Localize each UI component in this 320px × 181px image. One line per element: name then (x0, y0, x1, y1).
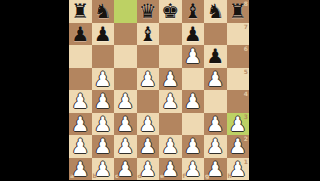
square-e5[interactable]: ♟ (159, 68, 182, 91)
square-c5[interactable] (114, 68, 137, 91)
piece-white-pawn[interactable]: ♟ (71, 135, 89, 158)
piece-white-pawn[interactable]: ♟ (116, 90, 134, 113)
piece-white-pawn[interactable]: ♟ (229, 113, 247, 136)
square-g8[interactable]: ♞ (204, 0, 227, 23)
square-g3[interactable]: ♟ (204, 113, 227, 136)
square-c7[interactable] (114, 23, 137, 46)
piece-white-pawn[interactable]: ♟ (206, 68, 224, 91)
piece-white-pawn[interactable]: ♟ (229, 158, 247, 181)
piece-white-pawn[interactable]: ♟ (161, 68, 179, 91)
piece-black-rook[interactable]: ♜ (71, 0, 89, 23)
square-a5[interactable] (69, 68, 92, 91)
square-a8[interactable]: ♜ (69, 0, 92, 23)
square-g4[interactable] (204, 90, 227, 113)
coordinate-rank-label: 4 (244, 91, 248, 97)
square-e8[interactable]: ♚ (159, 0, 182, 23)
square-f3[interactable] (182, 113, 205, 136)
piece-white-pawn[interactable]: ♟ (184, 158, 202, 181)
square-a6[interactable] (69, 45, 92, 68)
piece-white-pawn[interactable]: ♟ (206, 158, 224, 181)
square-f6[interactable]: ♟ (182, 45, 205, 68)
piece-white-pawn[interactable]: ♟ (94, 113, 112, 136)
coordinate-rank-label: 7 (244, 24, 248, 30)
square-h4[interactable]: 4 (227, 90, 250, 113)
chess-board[interactable]: ♜♞♛♚♝♞♜8♟♟♝♟7♟♟6♟♟♟♟5♟♟♟♟♟4♟♟♟♟♟♟3♟♟♟♟♟♟… (69, 0, 249, 180)
piece-black-knight[interactable]: ♞ (206, 0, 224, 23)
square-b7[interactable]: ♟ (92, 23, 115, 46)
square-c8[interactable] (114, 0, 137, 23)
piece-white-pawn[interactable]: ♟ (71, 90, 89, 113)
piece-white-pawn[interactable]: ♟ (139, 158, 157, 181)
square-h6[interactable]: 6 (227, 45, 250, 68)
square-e6[interactable] (159, 45, 182, 68)
letterbox-left (0, 0, 69, 180)
piece-white-pawn[interactable]: ♟ (94, 158, 112, 181)
piece-white-pawn[interactable]: ♟ (229, 135, 247, 158)
square-a2[interactable]: ♟ (69, 135, 92, 158)
square-d8[interactable]: ♛ (137, 0, 160, 23)
square-f2[interactable]: ♟ (182, 135, 205, 158)
square-e4[interactable]: ♟ (159, 90, 182, 113)
piece-white-pawn[interactable]: ♟ (116, 158, 134, 181)
piece-black-queen[interactable]: ♛ (139, 0, 157, 23)
piece-white-pawn[interactable]: ♟ (116, 113, 134, 136)
square-g1[interactable]: ♟g (204, 158, 227, 181)
square-a7[interactable]: ♟ (69, 23, 92, 46)
piece-white-pawn[interactable]: ♟ (184, 90, 202, 113)
piece-black-bishop[interactable]: ♝ (184, 0, 202, 23)
piece-white-pawn[interactable]: ♟ (161, 158, 179, 181)
square-h3[interactable]: ♟3 (227, 113, 250, 136)
square-a4[interactable]: ♟ (69, 90, 92, 113)
piece-white-pawn[interactable]: ♟ (116, 135, 134, 158)
square-f4[interactable]: ♟ (182, 90, 205, 113)
coordinate-rank-label: 5 (244, 69, 248, 75)
square-b2[interactable]: ♟ (92, 135, 115, 158)
piece-white-pawn[interactable]: ♟ (94, 68, 112, 91)
coordinate-rank-label: 6 (244, 46, 248, 52)
piece-black-pawn[interactable]: ♟ (71, 23, 89, 46)
piece-white-pawn[interactable]: ♟ (206, 113, 224, 136)
piece-white-pawn[interactable]: ♟ (139, 135, 157, 158)
square-f5[interactable] (182, 68, 205, 91)
square-d2[interactable]: ♟ (137, 135, 160, 158)
square-g2[interactable]: ♟ (204, 135, 227, 158)
piece-black-pawn[interactable]: ♟ (94, 23, 112, 46)
square-c3[interactable]: ♟ (114, 113, 137, 136)
square-c6[interactable] (114, 45, 137, 68)
square-h1[interactable]: ♟1h (227, 158, 250, 181)
square-d3[interactable]: ♟ (137, 113, 160, 136)
square-g5[interactable]: ♟ (204, 68, 227, 91)
square-e2[interactable]: ♟ (159, 135, 182, 158)
square-g7[interactable] (204, 23, 227, 46)
square-b4[interactable]: ♟ (92, 90, 115, 113)
square-b3[interactable]: ♟ (92, 113, 115, 136)
square-b8[interactable]: ♞ (92, 0, 115, 23)
piece-black-pawn[interactable]: ♟ (206, 45, 224, 68)
piece-white-pawn[interactable]: ♟ (71, 113, 89, 136)
square-b6[interactable] (92, 45, 115, 68)
square-a3[interactable]: ♟ (69, 113, 92, 136)
square-e1[interactable]: ♟e (159, 158, 182, 181)
square-d7[interactable]: ♝ (137, 23, 160, 46)
piece-black-bishop[interactable]: ♝ (139, 23, 157, 46)
square-h2[interactable]: ♟2 (227, 135, 250, 158)
piece-black-knight[interactable]: ♞ (94, 0, 112, 23)
square-f7[interactable]: ♟ (182, 23, 205, 46)
piece-white-pawn[interactable]: ♟ (161, 135, 179, 158)
square-h7[interactable]: 7 (227, 23, 250, 46)
square-e3[interactable] (159, 113, 182, 136)
piece-white-pawn[interactable]: ♟ (94, 90, 112, 113)
square-h8[interactable]: ♜8 (227, 0, 250, 23)
square-b1[interactable]: ♟b (92, 158, 115, 181)
square-g6[interactable]: ♟ (204, 45, 227, 68)
square-c2[interactable]: ♟ (114, 135, 137, 158)
piece-black-rook[interactable]: ♜ (229, 0, 247, 23)
square-c4[interactable]: ♟ (114, 90, 137, 113)
video-frame: ♜♞♛♚♝♞♜8♟♟♝♟7♟♟6♟♟♟♟5♟♟♟♟♟4♟♟♟♟♟♟3♟♟♟♟♟♟… (0, 0, 320, 180)
square-h5[interactable]: 5 (227, 68, 250, 91)
square-a1[interactable]: ♟a (69, 158, 92, 181)
piece-white-pawn[interactable]: ♟ (184, 135, 202, 158)
square-e7[interactable] (159, 23, 182, 46)
square-c1[interactable]: ♟c (114, 158, 137, 181)
piece-black-king[interactable]: ♚ (161, 0, 179, 23)
piece-white-pawn[interactable]: ♟ (139, 113, 157, 136)
square-f1[interactable]: ♟f (182, 158, 205, 181)
square-d4[interactable] (137, 90, 160, 113)
piece-white-pawn[interactable]: ♟ (184, 45, 202, 68)
piece-white-pawn[interactable]: ♟ (71, 158, 89, 181)
piece-black-pawn[interactable]: ♟ (184, 23, 202, 46)
square-b5[interactable]: ♟ (92, 68, 115, 91)
square-f8[interactable]: ♝ (182, 0, 205, 23)
piece-white-pawn[interactable]: ♟ (94, 135, 112, 158)
square-d6[interactable] (137, 45, 160, 68)
letterbox-right (249, 0, 320, 180)
square-d5[interactable]: ♟ (137, 68, 160, 91)
piece-white-pawn[interactable]: ♟ (206, 135, 224, 158)
square-d1[interactable]: ♟d (137, 158, 160, 181)
piece-white-pawn[interactable]: ♟ (139, 68, 157, 91)
piece-white-pawn[interactable]: ♟ (161, 90, 179, 113)
